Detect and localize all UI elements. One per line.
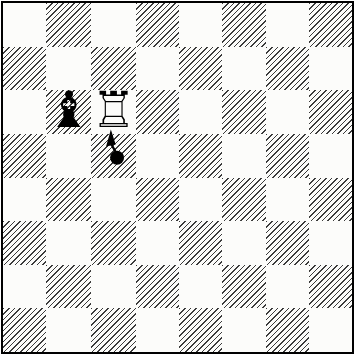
square-g4[interactable] bbox=[266, 178, 309, 222]
square-a5[interactable] bbox=[3, 134, 46, 178]
square-a6[interactable] bbox=[3, 90, 46, 134]
square-h3[interactable] bbox=[309, 221, 352, 265]
square-h1[interactable] bbox=[309, 308, 352, 352]
square-b1[interactable] bbox=[46, 308, 91, 352]
square-g3[interactable] bbox=[266, 221, 309, 265]
square-b8[interactable] bbox=[46, 3, 91, 47]
square-g2[interactable] bbox=[266, 265, 309, 309]
square-a4[interactable] bbox=[3, 178, 46, 222]
square-a2[interactable] bbox=[3, 265, 46, 309]
square-c3[interactable] bbox=[91, 221, 136, 265]
square-f3[interactable] bbox=[222, 221, 265, 265]
square-c2[interactable] bbox=[91, 265, 136, 309]
square-g1[interactable] bbox=[266, 308, 309, 352]
square-h4[interactable] bbox=[309, 178, 352, 222]
square-h2[interactable] bbox=[309, 265, 352, 309]
square-d1[interactable] bbox=[136, 308, 179, 352]
chess-board: ♝♖ bbox=[1, 1, 354, 354]
square-g6[interactable] bbox=[266, 90, 309, 134]
square-d3[interactable] bbox=[136, 221, 179, 265]
square-f7[interactable] bbox=[222, 47, 265, 91]
square-f5[interactable] bbox=[222, 134, 265, 178]
square-e4[interactable] bbox=[179, 178, 222, 222]
square-h8[interactable] bbox=[309, 3, 352, 47]
square-d5[interactable] bbox=[136, 134, 179, 178]
square-e2[interactable] bbox=[179, 265, 222, 309]
square-a8[interactable] bbox=[3, 3, 46, 47]
square-h7[interactable] bbox=[309, 47, 352, 91]
square-h6[interactable] bbox=[309, 90, 352, 134]
square-f2[interactable] bbox=[222, 265, 265, 309]
square-e7[interactable] bbox=[179, 47, 222, 91]
square-e1[interactable] bbox=[179, 308, 222, 352]
piece-white-rook: ♖ bbox=[91, 89, 136, 133]
square-e5[interactable] bbox=[179, 134, 222, 178]
square-d8[interactable] bbox=[136, 3, 179, 47]
square-c6[interactable]: ♖ bbox=[91, 90, 136, 134]
square-e8[interactable] bbox=[179, 3, 222, 47]
square-d7[interactable] bbox=[136, 47, 179, 91]
square-g7[interactable] bbox=[266, 47, 309, 91]
square-h5[interactable] bbox=[309, 134, 352, 178]
square-d2[interactable] bbox=[136, 265, 179, 309]
piece-black-bishop: ♝ bbox=[46, 89, 91, 133]
square-a7[interactable] bbox=[3, 47, 46, 91]
square-g8[interactable] bbox=[266, 3, 309, 47]
square-f8[interactable] bbox=[222, 3, 265, 47]
square-f6[interactable] bbox=[222, 90, 265, 134]
square-b5[interactable] bbox=[46, 134, 91, 178]
square-d4[interactable] bbox=[136, 178, 179, 222]
square-f1[interactable] bbox=[222, 308, 265, 352]
square-f4[interactable] bbox=[222, 178, 265, 222]
square-e6[interactable] bbox=[179, 90, 222, 134]
square-b4[interactable] bbox=[46, 178, 91, 222]
chess-diagram: ♝♖ bbox=[0, 0, 355, 355]
square-c1[interactable] bbox=[91, 308, 136, 352]
square-a1[interactable] bbox=[3, 308, 46, 352]
square-e3[interactable] bbox=[179, 221, 222, 265]
square-c4[interactable] bbox=[91, 178, 136, 222]
square-b6[interactable]: ♝ bbox=[46, 90, 91, 134]
square-c5[interactable] bbox=[91, 134, 136, 178]
square-c8[interactable] bbox=[91, 3, 136, 47]
square-a3[interactable] bbox=[3, 221, 46, 265]
square-g5[interactable] bbox=[266, 134, 309, 178]
square-b2[interactable] bbox=[46, 265, 91, 309]
square-d6[interactable] bbox=[136, 90, 179, 134]
square-b3[interactable] bbox=[46, 221, 91, 265]
board-grid: ♝♖ bbox=[3, 3, 352, 352]
